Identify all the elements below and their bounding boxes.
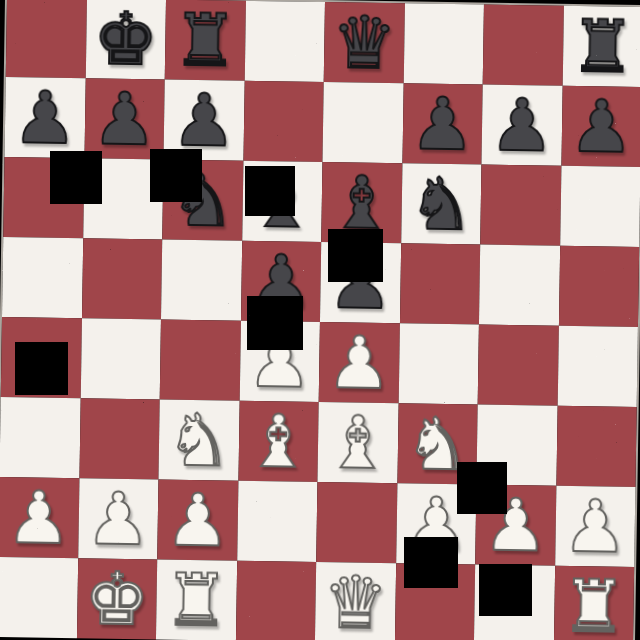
square-f2[interactable]: ♟ xyxy=(396,483,477,564)
square-b7[interactable]: ♟ xyxy=(84,78,165,159)
square-f6[interactable]: ♞ xyxy=(401,163,482,244)
piece-white-bishop[interactable]: ♝ xyxy=(245,401,311,482)
piece-black-knight[interactable]: ♞ xyxy=(408,163,474,244)
piece-white-knight[interactable]: ♞ xyxy=(166,400,232,481)
piece-white-pawn[interactable]: ♟ xyxy=(165,480,231,561)
square-h8[interactable]: ♜ xyxy=(562,6,640,87)
square-h4[interactable] xyxy=(557,326,638,407)
square-f8[interactable] xyxy=(403,3,484,84)
square-g6[interactable] xyxy=(480,165,561,246)
square-d6[interactable]: ♝ xyxy=(242,161,323,242)
piece-white-rook[interactable]: ♜ xyxy=(163,560,229,640)
piece-black-pawn[interactable]: ♟ xyxy=(489,85,555,166)
square-b5[interactable] xyxy=(81,238,162,319)
square-d1[interactable] xyxy=(235,561,316,640)
piece-white-pawn[interactable]: ♟ xyxy=(247,321,313,402)
piece-white-knight[interactable]: ♞ xyxy=(404,403,470,484)
square-g7[interactable]: ♟ xyxy=(481,85,562,166)
square-a2[interactable]: ♟ xyxy=(0,477,79,558)
piece-black-bishop[interactable]: ♝ xyxy=(329,162,395,243)
board-image: ♚♜♛♜♟♟♟♟♟♟♞♝♝♞♟♟♟♟♞♝♝♞♟♟♟♟♟♟♚♜♛♜ xyxy=(0,0,640,640)
square-b6[interactable] xyxy=(83,158,164,239)
square-c1[interactable]: ♜ xyxy=(156,559,237,640)
chess-board: ♚♜♛♜♟♟♟♟♟♟♞♝♝♞♟♟♟♟♞♝♝♞♟♟♟♟♟♟♚♜♛♜ xyxy=(0,0,640,640)
piece-black-king[interactable]: ♚ xyxy=(93,0,159,79)
square-h5[interactable] xyxy=(558,246,639,327)
square-a8[interactable] xyxy=(6,0,87,78)
piece-black-bishop[interactable]: ♝ xyxy=(249,161,315,242)
square-f1[interactable] xyxy=(394,563,475,640)
square-d4[interactable]: ♟ xyxy=(239,321,320,402)
square-g4[interactable] xyxy=(478,324,559,405)
piece-white-king[interactable]: ♚ xyxy=(84,558,150,639)
square-e8[interactable]: ♛ xyxy=(324,2,405,83)
square-a5[interactable] xyxy=(2,237,83,318)
piece-black-pawn[interactable]: ♟ xyxy=(327,242,393,323)
square-d3[interactable]: ♝ xyxy=(238,401,319,482)
square-f7[interactable]: ♟ xyxy=(402,83,483,164)
piece-black-pawn[interactable]: ♟ xyxy=(12,77,78,158)
square-g2[interactable]: ♟ xyxy=(475,484,556,565)
square-e7[interactable] xyxy=(322,82,403,163)
square-h6[interactable] xyxy=(560,166,640,247)
piece-black-pawn[interactable]: ♟ xyxy=(409,83,475,164)
square-d8[interactable] xyxy=(244,1,325,82)
square-g3[interactable] xyxy=(476,404,557,485)
piece-black-queen[interactable]: ♛ xyxy=(331,2,397,83)
piece-black-pawn[interactable]: ♟ xyxy=(248,241,314,322)
square-c5[interactable] xyxy=(161,240,242,321)
square-a4[interactable] xyxy=(1,317,82,398)
square-a6[interactable] xyxy=(3,157,84,238)
square-e6[interactable]: ♝ xyxy=(321,162,402,243)
piece-white-pawn[interactable]: ♟ xyxy=(562,486,628,567)
piece-black-pawn[interactable]: ♟ xyxy=(91,78,157,159)
square-f5[interactable] xyxy=(399,243,480,324)
square-h3[interactable] xyxy=(556,406,637,487)
square-a1[interactable] xyxy=(0,557,78,638)
square-b8[interactable]: ♚ xyxy=(85,0,166,80)
square-e1[interactable]: ♛ xyxy=(315,562,396,640)
piece-white-pawn[interactable]: ♟ xyxy=(85,478,151,559)
square-a7[interactable]: ♟ xyxy=(5,77,86,158)
square-d5[interactable]: ♟ xyxy=(240,241,321,322)
square-g1[interactable] xyxy=(474,564,555,640)
square-e2[interactable] xyxy=(316,482,397,563)
piece-white-pawn[interactable]: ♟ xyxy=(6,477,72,558)
square-e3[interactable]: ♝ xyxy=(317,402,398,483)
square-b2[interactable]: ♟ xyxy=(78,478,159,559)
piece-black-pawn[interactable]: ♟ xyxy=(171,80,237,161)
square-f3[interactable]: ♞ xyxy=(397,403,478,484)
piece-white-pawn[interactable]: ♟ xyxy=(326,322,392,403)
square-f4[interactable] xyxy=(398,323,479,404)
square-d7[interactable] xyxy=(243,81,324,162)
piece-white-bishop[interactable]: ♝ xyxy=(325,402,391,483)
square-c2[interactable]: ♟ xyxy=(157,479,238,560)
square-c4[interactable] xyxy=(160,320,241,401)
square-b3[interactable] xyxy=(79,398,160,479)
square-e5[interactable]: ♟ xyxy=(320,242,401,323)
piece-black-pawn[interactable]: ♟ xyxy=(568,86,634,167)
square-e4[interactable]: ♟ xyxy=(319,322,400,403)
piece-white-pawn[interactable]: ♟ xyxy=(403,483,469,564)
square-b4[interactable] xyxy=(80,318,161,399)
square-h2[interactable]: ♟ xyxy=(555,486,636,567)
square-d2[interactable] xyxy=(237,481,318,562)
square-g8[interactable] xyxy=(483,5,564,86)
square-a3[interactable] xyxy=(0,397,80,478)
piece-white-queen[interactable]: ♛ xyxy=(322,562,388,640)
square-h7[interactable]: ♟ xyxy=(561,86,640,167)
piece-white-rook[interactable]: ♜ xyxy=(561,566,627,640)
square-b1[interactable]: ♚ xyxy=(76,558,157,639)
square-c8[interactable]: ♜ xyxy=(165,0,246,81)
piece-black-rook[interactable]: ♜ xyxy=(570,6,636,87)
square-c3[interactable]: ♞ xyxy=(158,399,239,480)
square-g5[interactable] xyxy=(479,245,560,326)
square-c7[interactable]: ♟ xyxy=(164,80,245,161)
piece-white-pawn[interactable]: ♟ xyxy=(483,485,549,566)
square-c6[interactable]: ♞ xyxy=(162,160,243,241)
square-h1[interactable]: ♜ xyxy=(553,566,634,640)
piece-black-knight[interactable]: ♞ xyxy=(170,160,236,241)
piece-black-rook[interactable]: ♜ xyxy=(172,0,238,81)
